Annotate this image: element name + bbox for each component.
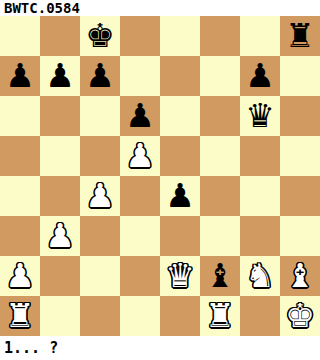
black-pawn-icon: ♟ [85, 56, 115, 96]
white-pawn-icon: ♟ [125, 136, 155, 176]
square-c7[interactable]: ♟ [80, 56, 120, 96]
square-f6[interactable] [200, 96, 240, 136]
square-g3[interactable] [240, 216, 280, 256]
square-b7[interactable]: ♟ [40, 56, 80, 96]
black-pawn-icon: ♟ [165, 176, 195, 216]
square-h5[interactable] [280, 136, 320, 176]
square-h3[interactable] [280, 216, 320, 256]
square-h1[interactable]: ♚ [280, 296, 320, 336]
square-d3[interactable] [120, 216, 160, 256]
square-h8[interactable]: ♜ [280, 16, 320, 56]
black-bishop-icon: ♝ [205, 256, 235, 296]
square-e7[interactable] [160, 56, 200, 96]
square-h7[interactable] [280, 56, 320, 96]
white-king-icon: ♚ [285, 296, 315, 336]
square-g6[interactable]: ♛ [240, 96, 280, 136]
square-d1[interactable] [120, 296, 160, 336]
chess-board: ♚♜♟♟♟♟♟♛♟♟♟♟♟♛♝♞♝♜♜♚ [0, 16, 320, 336]
white-bishop-icon: ♝ [285, 256, 315, 296]
white-rook-icon: ♜ [5, 296, 35, 336]
square-a7[interactable]: ♟ [0, 56, 40, 96]
square-h2[interactable]: ♝ [280, 256, 320, 296]
square-c8[interactable]: ♚ [80, 16, 120, 56]
square-f7[interactable] [200, 56, 240, 96]
chess-app-window: BWTC.0584 ♚♜♟♟♟♟♟♛♟♟♟♟♟♛♝♞♝♜♜♚ 1... ? [0, 0, 320, 360]
square-e1[interactable] [160, 296, 200, 336]
move-prompt: 1... ? [0, 336, 320, 360]
square-d5[interactable]: ♟ [120, 136, 160, 176]
square-d7[interactable] [120, 56, 160, 96]
square-a2[interactable]: ♟ [0, 256, 40, 296]
square-c2[interactable] [80, 256, 120, 296]
square-g5[interactable] [240, 136, 280, 176]
black-pawn-icon: ♟ [5, 56, 35, 96]
black-pawn-icon: ♟ [245, 56, 275, 96]
square-b3[interactable]: ♟ [40, 216, 80, 256]
square-f1[interactable]: ♜ [200, 296, 240, 336]
square-h6[interactable] [280, 96, 320, 136]
square-f3[interactable] [200, 216, 240, 256]
square-b5[interactable] [40, 136, 80, 176]
square-e4[interactable]: ♟ [160, 176, 200, 216]
white-pawn-icon: ♟ [45, 216, 75, 256]
square-c1[interactable] [80, 296, 120, 336]
white-pawn-icon: ♟ [5, 256, 35, 296]
black-pawn-icon: ♟ [45, 56, 75, 96]
square-b1[interactable] [40, 296, 80, 336]
square-g2[interactable]: ♞ [240, 256, 280, 296]
square-f4[interactable] [200, 176, 240, 216]
square-g8[interactable] [240, 16, 280, 56]
black-pawn-icon: ♟ [125, 96, 155, 136]
square-e6[interactable] [160, 96, 200, 136]
square-d8[interactable] [120, 16, 160, 56]
square-g7[interactable]: ♟ [240, 56, 280, 96]
square-b8[interactable] [40, 16, 80, 56]
white-queen-icon: ♛ [165, 256, 195, 296]
black-rook-icon: ♜ [285, 16, 315, 56]
square-e3[interactable] [160, 216, 200, 256]
square-c3[interactable] [80, 216, 120, 256]
white-pawn-icon: ♟ [85, 176, 115, 216]
square-c6[interactable] [80, 96, 120, 136]
square-b6[interactable] [40, 96, 80, 136]
square-b4[interactable] [40, 176, 80, 216]
square-g1[interactable] [240, 296, 280, 336]
square-d2[interactable] [120, 256, 160, 296]
white-rook-icon: ♜ [205, 296, 235, 336]
square-f2[interactable]: ♝ [200, 256, 240, 296]
square-d6[interactable]: ♟ [120, 96, 160, 136]
square-a5[interactable] [0, 136, 40, 176]
square-a1[interactable]: ♜ [0, 296, 40, 336]
square-c5[interactable] [80, 136, 120, 176]
square-a3[interactable] [0, 216, 40, 256]
square-a8[interactable] [0, 16, 40, 56]
square-f8[interactable] [200, 16, 240, 56]
square-a4[interactable] [0, 176, 40, 216]
square-e2[interactable]: ♛ [160, 256, 200, 296]
black-queen-icon: ♛ [245, 96, 275, 136]
square-b2[interactable] [40, 256, 80, 296]
square-d4[interactable] [120, 176, 160, 216]
white-knight-icon: ♞ [245, 256, 275, 296]
square-c4[interactable]: ♟ [80, 176, 120, 216]
square-h4[interactable] [280, 176, 320, 216]
puzzle-id-title: BWTC.0584 [0, 0, 320, 16]
square-a6[interactable] [0, 96, 40, 136]
square-e5[interactable] [160, 136, 200, 176]
black-king-icon: ♚ [85, 16, 115, 56]
square-f5[interactable] [200, 136, 240, 176]
square-g4[interactable] [240, 176, 280, 216]
square-e8[interactable] [160, 16, 200, 56]
